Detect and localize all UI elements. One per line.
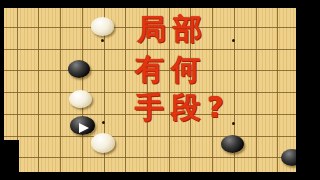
star-point [102,121,105,124]
grid-horizontal-line [4,136,296,137]
caption-line-1: 局部 [137,15,209,44]
stone-white [91,17,114,36]
stone-white [91,133,115,153]
corner-black-block [0,140,19,180]
stone-black [68,60,90,78]
pillarbox-right-bar [296,0,320,180]
grid-vertical-line [277,8,278,172]
stone-white [69,90,92,108]
letterbox-top-bar [0,0,320,8]
grid-vertical-line [256,8,257,172]
grid-horizontal-line [4,157,296,158]
star-point [232,122,235,125]
caption-line-3: 手段? [135,93,231,122]
grid-vertical-line [125,8,126,172]
video-thumbnail: 局部 有何 手段? [0,0,320,180]
star-point [232,39,235,42]
stone-black-marked [70,116,95,135]
grid-vertical-line [60,8,61,172]
letterbox-bottom-bar [0,172,320,180]
grid-vertical-line [38,8,39,172]
star-point [101,39,104,42]
play-triangle-marker [79,123,89,133]
stone-black [221,135,244,153]
grid-horizontal-line [4,49,296,50]
caption-line-2: 有何 [135,55,207,84]
